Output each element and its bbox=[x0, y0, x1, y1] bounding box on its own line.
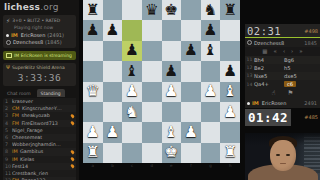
white-player-bar[interactable]: IM EricRosen 2491 bbox=[245, 99, 320, 108]
square-e6[interactable] bbox=[162, 41, 182, 61]
standings-row-4[interactable]: 4FM FireElsword713 bbox=[3, 120, 76, 127]
tab-chat-room[interactable]: Chat room bbox=[3, 89, 35, 97]
move-number: 14 bbox=[245, 82, 254, 87]
white-rating-label: 2491 bbox=[304, 100, 320, 106]
square-d8[interactable]: ♛ bbox=[142, 0, 162, 20]
player-title: CM bbox=[12, 106, 21, 111]
white-move[interactable]: Bh4 bbox=[254, 57, 284, 63]
square-e1[interactable]: ♚ bbox=[162, 143, 182, 163]
square-d1[interactable] bbox=[142, 143, 162, 163]
player-title: FM bbox=[12, 113, 20, 118]
white-color-icon bbox=[6, 34, 9, 37]
square-e4[interactable]: ♟ bbox=[162, 82, 182, 102]
standings-row-12[interactable]: 12FM Bacon123 bbox=[3, 177, 76, 180]
standings-row-2[interactable]: 2CM Kingscrusher-Y… bbox=[3, 105, 76, 112]
game-action-bar: ☝⚑ bbox=[245, 89, 320, 99]
standings-player-name: CM Kingscrusher-Y… bbox=[12, 106, 74, 111]
fire-streak-icon bbox=[70, 157, 75, 162]
square-h4[interactable]: ♝ bbox=[220, 82, 240, 102]
logo-text: lichess bbox=[4, 2, 40, 12]
player-title: FM bbox=[12, 178, 20, 180]
square-b1[interactable] bbox=[103, 143, 123, 163]
white-pawn-h3[interactable]: ♟ bbox=[223, 105, 237, 120]
tournament-box: Ψ SuperBlitz Shield Arena 3:33:36 bbox=[3, 63, 76, 86]
time-control-label: 3+0 • BLITZ • RATED bbox=[12, 18, 60, 23]
move-list: 11Bh4Bg612Be2h513Nxe5dxe514Qa4+c6 bbox=[245, 56, 320, 89]
square-b2[interactable]: ♟ bbox=[103, 122, 123, 142]
white-pawn-f2[interactable]: ♟ bbox=[184, 125, 198, 140]
streamer-eye-right bbox=[286, 154, 290, 156]
black-rook-h8[interactable]: ♜ bbox=[223, 3, 237, 18]
square-g2[interactable] bbox=[201, 122, 221, 142]
standings-row-10[interactable]: 10Fest14 bbox=[3, 163, 76, 170]
square-c3[interactable]: ♞ bbox=[122, 102, 142, 122]
next-move-icon[interactable]: › bbox=[291, 47, 293, 55]
game-info-line1: ⚡ 3+0 • BLITZ • RATED bbox=[6, 17, 73, 24]
lichess-logo[interactable]: lichess.org bbox=[0, 0, 79, 12]
standings-player-name: FM FireElsword713 bbox=[12, 121, 69, 126]
square-h8[interactable]: ♜ bbox=[220, 0, 240, 20]
standings-row-9[interactable]: 9IM Kielas bbox=[3, 156, 76, 163]
standings-rank: 5 bbox=[5, 128, 12, 133]
standings-rank: 12 bbox=[5, 178, 12, 180]
black-player-row[interactable]: Dzenchess8 (1845) bbox=[6, 39, 73, 46]
move-number: 13 bbox=[245, 73, 254, 78]
square-b6[interactable] bbox=[103, 41, 123, 61]
black-pawn-a7[interactable]: ♟ bbox=[86, 23, 100, 38]
square-c5[interactable]: ♝ bbox=[122, 61, 142, 81]
white-rook-a1[interactable]: ♜ bbox=[86, 145, 100, 160]
black-move[interactable]: dxe5 bbox=[284, 73, 314, 79]
square-g5[interactable] bbox=[201, 61, 221, 81]
standings-player-name: Wobberjnghamdin… bbox=[12, 142, 74, 147]
square-e8[interactable]: ♚ bbox=[162, 0, 182, 20]
standings-row-3[interactable]: 3FM sheakyozab bbox=[3, 112, 76, 119]
standings-rank: 1 bbox=[5, 99, 12, 104]
white-pawn-b2[interactable]: ♟ bbox=[105, 125, 119, 140]
white-move[interactable]: Nxe5 bbox=[254, 73, 284, 79]
black-rook-a8[interactable]: ♜ bbox=[86, 3, 100, 18]
standings-player-name: Fest14 bbox=[12, 164, 69, 169]
black-player-rating: (1845) bbox=[45, 39, 62, 46]
black-king-e8[interactable]: ♚ bbox=[164, 3, 178, 18]
square-a5[interactable] bbox=[83, 61, 103, 81]
standings-row-8[interactable]: 8IM Gambitus bbox=[3, 148, 76, 155]
square-f7[interactable] bbox=[181, 20, 201, 40]
black-player-name: Dzenchess8 bbox=[13, 39, 43, 46]
white-name-label: EricRosen bbox=[262, 100, 287, 106]
square-c7[interactable] bbox=[122, 20, 142, 40]
standings-rank: 9 bbox=[5, 157, 12, 162]
square-d4[interactable] bbox=[142, 82, 162, 102]
square-d6[interactable] bbox=[142, 41, 162, 61]
square-h7[interactable] bbox=[220, 20, 240, 40]
square-e5[interactable]: ♟ bbox=[162, 61, 182, 81]
standings-row-7[interactable]: 7Wobberjnghamdin… bbox=[3, 141, 76, 148]
fire-streak-icon bbox=[70, 164, 75, 169]
left-sidebar: lichess.org ⚡ 3+0 • BLITZ • RATED Playin… bbox=[0, 0, 79, 180]
white-rook-h1[interactable]: ♜ bbox=[223, 145, 237, 160]
game-side-panel: 02:31 #498 Dzenchess8 1845 ▦«‹›» 11Bh4Bg… bbox=[245, 0, 320, 180]
black-color-icon bbox=[6, 40, 11, 45]
standings-rank: 4 bbox=[5, 121, 12, 126]
white-player-name: EricRosen bbox=[21, 32, 46, 39]
square-a2[interactable]: ♟ bbox=[83, 122, 103, 142]
tournament-link[interactable]: Ψ SuperBlitz Shield Arena bbox=[6, 65, 73, 70]
black-move[interactable]: c6 bbox=[284, 81, 296, 87]
resign-flag-icon[interactable]: ⚑ bbox=[288, 89, 294, 98]
streaming-banner-label: IM EricRosen is streaming bbox=[14, 53, 72, 58]
standings-player-name: FM Bacon123 bbox=[12, 178, 74, 180]
square-d7[interactable] bbox=[142, 20, 162, 40]
white-pawn-g4[interactable]: ♟ bbox=[204, 84, 218, 99]
black-pawn-g7[interactable]: ♟ bbox=[204, 23, 218, 38]
square-g4[interactable]: ♟ bbox=[201, 82, 221, 102]
file-label-a: a bbox=[83, 163, 103, 168]
player-title: FM bbox=[12, 121, 20, 126]
white-queen-a4[interactable]: ♛ bbox=[86, 84, 100, 99]
black-bishop-c5[interactable]: ♝ bbox=[125, 64, 139, 79]
fire-streak-icon bbox=[70, 149, 75, 154]
square-c8[interactable] bbox=[122, 0, 142, 20]
chat-tabs: Chat room Standing bbox=[3, 89, 76, 97]
black-rating-label: 1845 bbox=[304, 40, 320, 46]
square-e2[interactable]: ♝ bbox=[162, 122, 182, 142]
square-a1[interactable]: ♜ bbox=[83, 143, 103, 163]
square-f8[interactable] bbox=[181, 0, 201, 20]
fire-streak-icon bbox=[70, 121, 75, 126]
square-h5[interactable]: ♟ bbox=[220, 61, 240, 81]
standings-player-name: IM Gambitus bbox=[12, 149, 69, 154]
white-bishop-e2[interactable]: ♝ bbox=[164, 125, 178, 140]
black-move[interactable]: h5 bbox=[284, 65, 314, 71]
black-name-label: Dzenchess8 bbox=[254, 40, 284, 46]
standings-list: 1krasever2CM Kingscrusher-Y…3FM sheakyoz… bbox=[3, 98, 76, 180]
square-c2[interactable] bbox=[122, 122, 142, 142]
standings-rank: 3 bbox=[5, 113, 12, 118]
white-player-row[interactable]: IM EricRosen (2491) bbox=[6, 32, 73, 39]
square-a8[interactable]: ♜ bbox=[83, 0, 103, 20]
black-pawn-f6[interactable]: ♟ bbox=[184, 43, 198, 58]
square-f3[interactable] bbox=[181, 102, 201, 122]
streamer-webcam bbox=[245, 133, 320, 180]
square-e7[interactable] bbox=[162, 20, 182, 40]
square-a4[interactable]: ♛ bbox=[83, 82, 103, 102]
tournament-clock: 3:33:36 bbox=[6, 72, 73, 83]
chess-board: ♜♛♚♞♜♟♟♟♟♟♝♝♟♟♛♟♟♟♝♞♟♟♟♝♟♜♚♜ bbox=[83, 0, 240, 163]
white-clock-time: 01:42 bbox=[248, 110, 288, 125]
standings-player-name: Crestbank_rien bbox=[12, 171, 74, 176]
white-tournament-rank: #485 bbox=[304, 114, 320, 120]
white-disc-icon bbox=[247, 102, 250, 105]
square-h1[interactable]: ♜ bbox=[220, 143, 240, 163]
square-b8[interactable] bbox=[103, 0, 123, 20]
logo-suffix: .org bbox=[40, 2, 58, 12]
black-pawn-e5[interactable]: ♟ bbox=[164, 64, 178, 79]
square-c6[interactable]: ♟ bbox=[122, 41, 142, 61]
file-label-c: c bbox=[122, 163, 142, 168]
square-g3[interactable] bbox=[201, 102, 221, 122]
standings-player-name: FM sheakyozab bbox=[12, 113, 69, 118]
move-row-12: 12Be2h5 bbox=[245, 64, 320, 72]
black-pawn-c6[interactable]: ♟ bbox=[125, 43, 139, 58]
standings-row-11[interactable]: 11Crestbank_rien bbox=[3, 170, 76, 177]
square-d5[interactable] bbox=[142, 61, 162, 81]
prev-move-icon[interactable]: ‹ bbox=[283, 47, 285, 55]
square-g7[interactable]: ♟ bbox=[201, 20, 221, 40]
fire-streak-icon bbox=[70, 113, 75, 118]
square-g6[interactable]: ♝ bbox=[201, 41, 221, 61]
black-pawn-h5[interactable]: ♟ bbox=[223, 64, 237, 79]
white-pawn-a2[interactable]: ♟ bbox=[86, 125, 100, 140]
black-player-bar[interactable]: Dzenchess8 1845 bbox=[245, 38, 320, 47]
standings-player-name: krasever bbox=[12, 99, 74, 104]
standings-row-1[interactable]: 1krasever bbox=[3, 98, 76, 105]
black-pawn-b7[interactable]: ♟ bbox=[105, 23, 119, 38]
file-label-f: f bbox=[181, 163, 201, 168]
white-player-title: IM bbox=[11, 32, 18, 39]
square-f5[interactable] bbox=[181, 61, 201, 81]
square-c4[interactable]: ♟ bbox=[122, 82, 142, 102]
white-knight-c3[interactable]: ♞ bbox=[125, 105, 139, 120]
file-label-g: g bbox=[201, 163, 221, 168]
standings-player-name: Cheesemeat bbox=[12, 135, 74, 140]
move-row-11: 11Bh4Bg6 bbox=[245, 56, 320, 64]
blitz-icon: ⚡ bbox=[6, 17, 10, 24]
square-f4[interactable] bbox=[181, 82, 201, 102]
square-g8[interactable]: ♞ bbox=[201, 0, 221, 20]
black-knight-g8[interactable]: ♞ bbox=[204, 3, 218, 18]
white-move[interactable]: Be2 bbox=[254, 65, 284, 71]
square-f2[interactable]: ♟ bbox=[181, 122, 201, 142]
square-h2[interactable] bbox=[220, 122, 240, 142]
move-row-13: 13Nxe5dxe5 bbox=[245, 72, 320, 80]
move-row-14: 14Qa4+c6 bbox=[245, 80, 320, 88]
move-navigation-bar: ▦«‹›» bbox=[245, 47, 320, 56]
streamer-face bbox=[270, 140, 296, 171]
square-a3[interactable] bbox=[83, 102, 103, 122]
white-player-rating: (2491) bbox=[47, 32, 64, 39]
square-d3[interactable] bbox=[142, 102, 162, 122]
square-b7[interactable]: ♟ bbox=[103, 20, 123, 40]
white-clock-box: 01:42 bbox=[245, 109, 291, 126]
white-move[interactable]: Qa4+ bbox=[254, 81, 284, 87]
white-title-label: IM bbox=[252, 100, 259, 106]
board-file-coordinates: abcdefgh bbox=[83, 163, 240, 168]
file-label-d: d bbox=[142, 163, 162, 168]
white-king-e1[interactable]: ♚ bbox=[164, 145, 178, 160]
player-title: IM bbox=[12, 157, 19, 162]
first-move-icon[interactable]: « bbox=[274, 47, 277, 55]
tournament-name: SuperBlitz Shield Arena bbox=[12, 65, 65, 70]
black-clock: 02:31 #498 bbox=[245, 24, 320, 37]
standings-player-name: IM Kielas bbox=[12, 157, 69, 162]
standings-rank: 6 bbox=[5, 135, 12, 140]
board-menu-icon[interactable]: ▦ bbox=[262, 47, 267, 55]
square-b4[interactable] bbox=[103, 82, 123, 102]
file-label-e: e bbox=[162, 163, 182, 168]
file-label-h: h bbox=[220, 163, 240, 168]
standings-row-6[interactable]: 6Cheesemeat bbox=[3, 134, 76, 141]
square-h3[interactable]: ♟ bbox=[220, 102, 240, 122]
square-b5[interactable] bbox=[103, 61, 123, 81]
white-pawn-e4[interactable]: ♟ bbox=[164, 84, 178, 99]
stream-screen: lichess.org ⚡ 3+0 • BLITZ • RATED Playin… bbox=[0, 0, 320, 180]
white-clock: 01:42 #485 bbox=[245, 109, 320, 126]
white-bishop-h4[interactable]: ♝ bbox=[223, 84, 237, 99]
white-pawn-c4[interactable]: ♟ bbox=[125, 84, 139, 99]
standings-row-5[interactable]: 5Nigel_Farage bbox=[3, 127, 76, 134]
black-move[interactable]: Bg6 bbox=[284, 57, 314, 63]
game-status-label: Playing right now bbox=[14, 25, 73, 30]
file-label-b: b bbox=[103, 163, 123, 168]
black-queen-d8[interactable]: ♛ bbox=[145, 3, 159, 18]
streaming-banner[interactable]: IM EricRosen is streaming bbox=[3, 51, 76, 60]
square-c1[interactable] bbox=[122, 143, 142, 163]
move-number: 11 bbox=[245, 57, 254, 62]
takeback-thumb-icon[interactable]: ☝ bbox=[272, 89, 276, 98]
square-f6[interactable]: ♟ bbox=[181, 41, 201, 61]
last-move-icon[interactable]: » bbox=[299, 47, 302, 55]
streamer-eye-left bbox=[276, 154, 280, 156]
standings-rank: 7 bbox=[5, 142, 12, 147]
standings-rank: 10 bbox=[5, 164, 12, 169]
black-tournament-rank: #498 bbox=[304, 28, 320, 34]
tab-standing[interactable]: Standing bbox=[37, 89, 65, 97]
move-number: 12 bbox=[245, 65, 254, 70]
black-bishop-g6[interactable]: ♝ bbox=[204, 43, 218, 58]
square-g1[interactable] bbox=[201, 143, 221, 163]
standings-player-name: Nigel_Farage bbox=[12, 128, 74, 133]
square-b3[interactable] bbox=[103, 102, 123, 122]
square-a6[interactable] bbox=[83, 41, 103, 61]
standings-rank: 2 bbox=[5, 106, 12, 111]
game-info-box: ⚡ 3+0 • BLITZ • RATED Playing right now … bbox=[3, 15, 76, 48]
square-e3[interactable] bbox=[162, 102, 182, 122]
trophy-icon: Ψ bbox=[6, 65, 10, 70]
standings-rank: 8 bbox=[5, 149, 12, 154]
standings-rank: 11 bbox=[5, 171, 12, 176]
square-h6[interactable] bbox=[220, 41, 240, 61]
square-f1[interactable] bbox=[181, 143, 201, 163]
square-a7[interactable]: ♟ bbox=[83, 20, 103, 40]
player-title: IM bbox=[12, 149, 19, 154]
black-disc-icon bbox=[247, 40, 252, 45]
black-clock-time: 02:31 bbox=[245, 25, 281, 37]
stream-tv-icon bbox=[6, 53, 12, 58]
square-d2[interactable] bbox=[142, 122, 162, 142]
streamer-mouth bbox=[280, 163, 286, 164]
